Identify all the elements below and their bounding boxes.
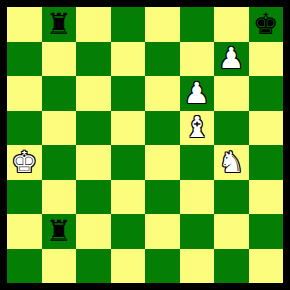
square-g6[interactable]: [214, 76, 249, 111]
white-bishop[interactable]: ♝: [184, 113, 210, 142]
square-e3[interactable]: [145, 180, 180, 215]
square-f4[interactable]: [180, 145, 215, 180]
square-a3[interactable]: [7, 180, 42, 215]
white-knight[interactable]: ♞: [218, 148, 244, 177]
square-f1[interactable]: [180, 249, 215, 284]
square-h7[interactable]: [249, 42, 284, 77]
square-h4[interactable]: [249, 145, 284, 180]
square-d5[interactable]: [111, 111, 146, 146]
square-g4[interactable]: ♞: [214, 145, 249, 180]
square-a1[interactable]: [7, 249, 42, 284]
chess-board: ♜♚♟♟♝♚♞♜: [7, 7, 283, 283]
square-c3[interactable]: [76, 180, 111, 215]
chess-app-window: ♜♚♟♟♝♚♞♜: [0, 0, 290, 290]
square-g1[interactable]: [214, 249, 249, 284]
square-a2[interactable]: [7, 214, 42, 249]
square-a6[interactable]: [7, 76, 42, 111]
square-d3[interactable]: [111, 180, 146, 215]
square-b5[interactable]: [42, 111, 77, 146]
square-d4[interactable]: [111, 145, 146, 180]
square-a5[interactable]: [7, 111, 42, 146]
square-e6[interactable]: [145, 76, 180, 111]
square-f5[interactable]: ♝: [180, 111, 215, 146]
square-c2[interactable]: [76, 214, 111, 249]
square-c7[interactable]: [76, 42, 111, 77]
square-f7[interactable]: [180, 42, 215, 77]
square-b2[interactable]: ♜: [42, 214, 77, 249]
square-b8[interactable]: ♜: [42, 7, 77, 42]
square-g3[interactable]: [214, 180, 249, 215]
square-b4[interactable]: [42, 145, 77, 180]
white-king[interactable]: ♚: [11, 148, 37, 177]
square-h6[interactable]: [249, 76, 284, 111]
square-e5[interactable]: [145, 111, 180, 146]
square-f6[interactable]: ♟: [180, 76, 215, 111]
square-b7[interactable]: [42, 42, 77, 77]
square-h5[interactable]: [249, 111, 284, 146]
square-e1[interactable]: [145, 249, 180, 284]
square-d7[interactable]: [111, 42, 146, 77]
square-h3[interactable]: [249, 180, 284, 215]
square-c4[interactable]: [76, 145, 111, 180]
white-pawn[interactable]: ♟: [218, 44, 244, 73]
square-g8[interactable]: [214, 7, 249, 42]
square-e7[interactable]: [145, 42, 180, 77]
white-pawn[interactable]: ♟: [184, 79, 210, 108]
square-d2[interactable]: [111, 214, 146, 249]
square-f3[interactable]: [180, 180, 215, 215]
square-b1[interactable]: [42, 249, 77, 284]
black-king[interactable]: ♚: [253, 10, 279, 39]
square-d8[interactable]: [111, 7, 146, 42]
square-b6[interactable]: [42, 76, 77, 111]
square-a4[interactable]: ♚: [7, 145, 42, 180]
square-e8[interactable]: [145, 7, 180, 42]
square-d1[interactable]: [111, 249, 146, 284]
square-c6[interactable]: [76, 76, 111, 111]
square-g7[interactable]: ♟: [214, 42, 249, 77]
square-e4[interactable]: [145, 145, 180, 180]
square-a7[interactable]: [7, 42, 42, 77]
square-c1[interactable]: [76, 249, 111, 284]
square-a8[interactable]: [7, 7, 42, 42]
square-c8[interactable]: [76, 7, 111, 42]
square-c5[interactable]: [76, 111, 111, 146]
square-g5[interactable]: [214, 111, 249, 146]
square-b3[interactable]: [42, 180, 77, 215]
square-d6[interactable]: [111, 76, 146, 111]
square-e2[interactable]: [145, 214, 180, 249]
square-h8[interactable]: ♚: [249, 7, 284, 42]
square-f8[interactable]: [180, 7, 215, 42]
square-h2[interactable]: [249, 214, 284, 249]
black-rook[interactable]: ♜: [46, 10, 72, 39]
square-h1[interactable]: [249, 249, 284, 284]
square-g2[interactable]: [214, 214, 249, 249]
square-f2[interactable]: [180, 214, 215, 249]
black-rook[interactable]: ♜: [46, 217, 72, 246]
